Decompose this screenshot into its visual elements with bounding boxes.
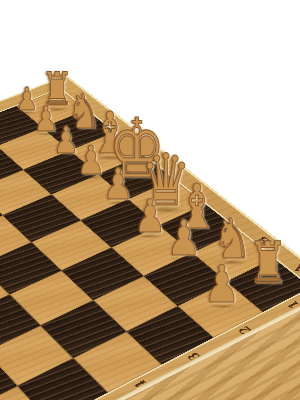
white-pawn-c2[interactable]: ♟ xyxy=(134,193,166,239)
photo-canvas: AB1234 ♟♜♟♞♟♝♟♚♟♛♟♝♟♞♟♜ xyxy=(0,0,300,400)
white-pawn-b2[interactable]: ♟ xyxy=(167,214,201,263)
white-pawn-e2[interactable]: ♟ xyxy=(77,140,105,180)
white-pawn-f2[interactable]: ♟ xyxy=(53,122,79,159)
white-pawn-d2[interactable]: ♟ xyxy=(103,163,133,206)
white-pawn-a2[interactable]: ♟ xyxy=(204,258,240,310)
white-rook-a1[interactable]: ♜ xyxy=(248,234,289,292)
